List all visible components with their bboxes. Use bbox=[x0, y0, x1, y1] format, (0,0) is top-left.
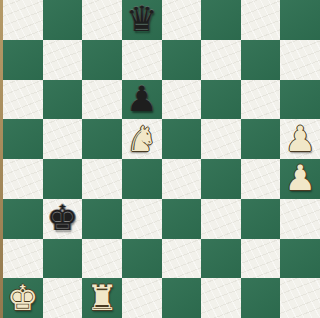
piece-black-pawn[interactable]: ♟ bbox=[126, 82, 157, 117]
square-e1[interactable] bbox=[162, 278, 202, 318]
square-h6[interactable] bbox=[280, 80, 320, 120]
piece-white-pawn[interactable]: ♟ bbox=[284, 122, 315, 157]
square-c4[interactable] bbox=[82, 159, 122, 199]
square-a1[interactable]: ♚ bbox=[3, 278, 43, 318]
square-f6[interactable] bbox=[201, 80, 241, 120]
square-f4[interactable] bbox=[201, 159, 241, 199]
square-h1[interactable] bbox=[280, 278, 320, 318]
square-c1[interactable]: ♜ bbox=[82, 278, 122, 318]
square-g4[interactable] bbox=[241, 159, 281, 199]
square-f3[interactable] bbox=[201, 199, 241, 239]
square-d4[interactable] bbox=[122, 159, 162, 199]
square-g3[interactable] bbox=[241, 199, 281, 239]
square-h2[interactable] bbox=[280, 239, 320, 279]
square-f8[interactable] bbox=[201, 0, 241, 40]
square-a4[interactable] bbox=[3, 159, 43, 199]
piece-white-king[interactable]: ♚ bbox=[7, 281, 38, 316]
square-c8[interactable] bbox=[82, 0, 122, 40]
square-e7[interactable] bbox=[162, 40, 202, 80]
square-g2[interactable] bbox=[241, 239, 281, 279]
square-e8[interactable] bbox=[162, 0, 202, 40]
square-h3[interactable] bbox=[280, 199, 320, 239]
square-g7[interactable] bbox=[241, 40, 281, 80]
square-h7[interactable] bbox=[280, 40, 320, 80]
square-e3[interactable] bbox=[162, 199, 202, 239]
square-b7[interactable] bbox=[43, 40, 83, 80]
chess-diagram: ♛♟♞♟♟♚♚♜ bbox=[0, 0, 320, 318]
square-g8[interactable] bbox=[241, 0, 281, 40]
square-e6[interactable] bbox=[162, 80, 202, 120]
square-b2[interactable] bbox=[43, 239, 83, 279]
square-d5[interactable]: ♞ bbox=[122, 119, 162, 159]
square-e2[interactable] bbox=[162, 239, 202, 279]
square-a2[interactable] bbox=[3, 239, 43, 279]
square-c2[interactable] bbox=[82, 239, 122, 279]
square-f5[interactable] bbox=[201, 119, 241, 159]
square-d6[interactable]: ♟ bbox=[122, 80, 162, 120]
piece-white-rook[interactable]: ♜ bbox=[86, 281, 117, 316]
square-g6[interactable] bbox=[241, 80, 281, 120]
square-e5[interactable] bbox=[162, 119, 202, 159]
square-h5[interactable]: ♟ bbox=[280, 119, 320, 159]
chess-board: ♛♟♞♟♟♚♚♜ bbox=[3, 0, 320, 318]
square-c5[interactable] bbox=[82, 119, 122, 159]
square-a5[interactable] bbox=[3, 119, 43, 159]
square-e4[interactable] bbox=[162, 159, 202, 199]
square-g1[interactable] bbox=[241, 278, 281, 318]
square-a8[interactable] bbox=[3, 0, 43, 40]
square-a3[interactable] bbox=[3, 199, 43, 239]
square-b4[interactable] bbox=[43, 159, 83, 199]
square-g5[interactable] bbox=[241, 119, 281, 159]
square-h8[interactable] bbox=[280, 0, 320, 40]
piece-white-pawn[interactable]: ♟ bbox=[284, 161, 315, 196]
square-b8[interactable] bbox=[43, 0, 83, 40]
square-d8[interactable]: ♛ bbox=[122, 0, 162, 40]
square-h4[interactable]: ♟ bbox=[280, 159, 320, 199]
square-f1[interactable] bbox=[201, 278, 241, 318]
square-b6[interactable] bbox=[43, 80, 83, 120]
square-c3[interactable] bbox=[82, 199, 122, 239]
square-f2[interactable] bbox=[201, 239, 241, 279]
piece-white-knight[interactable]: ♞ bbox=[126, 122, 157, 157]
square-a6[interactable] bbox=[3, 80, 43, 120]
piece-black-queen[interactable]: ♛ bbox=[126, 2, 157, 37]
square-f7[interactable] bbox=[201, 40, 241, 80]
square-d1[interactable] bbox=[122, 278, 162, 318]
square-b1[interactable] bbox=[43, 278, 83, 318]
square-b5[interactable] bbox=[43, 119, 83, 159]
square-c7[interactable] bbox=[82, 40, 122, 80]
piece-black-king[interactable]: ♚ bbox=[47, 201, 78, 236]
square-d3[interactable] bbox=[122, 199, 162, 239]
square-d2[interactable] bbox=[122, 239, 162, 279]
square-b3[interactable]: ♚ bbox=[43, 199, 83, 239]
square-c6[interactable] bbox=[82, 80, 122, 120]
square-a7[interactable] bbox=[3, 40, 43, 80]
square-d7[interactable] bbox=[122, 40, 162, 80]
